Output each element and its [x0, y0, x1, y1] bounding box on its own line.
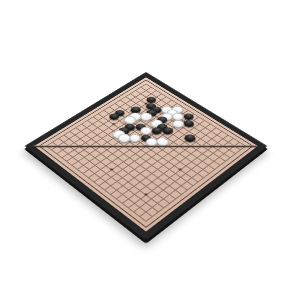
board-surface	[34, 77, 257, 231]
fold-hinge-seam	[33, 146, 257, 147]
go-board	[24, 72, 267, 240]
go-board-product-photo[interactable]	[0, 0, 290, 290]
go-grid	[46, 84, 247, 222]
